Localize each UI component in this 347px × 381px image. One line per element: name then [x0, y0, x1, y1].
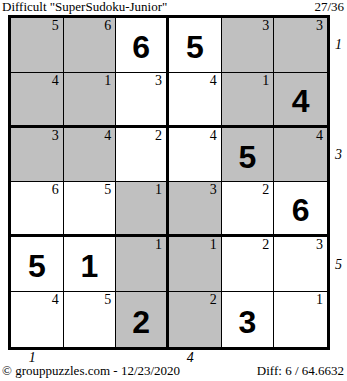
- pencil-mark: 3: [262, 18, 269, 34]
- cell-r2c2[interactable]: 1: [64, 73, 117, 128]
- pencil-mark: 3: [316, 237, 323, 253]
- pencil-mark: 4: [316, 128, 323, 144]
- puzzle-title: Difficult "SuperSudoku-Junior": [2, 0, 167, 14]
- puzzle-page: Difficult "SuperSudoku-Junior" 27/36 566…: [0, 0, 347, 381]
- pencil-mark: 1: [155, 237, 162, 253]
- sudoku-board: 566533413414342454651326511123452231: [8, 15, 330, 350]
- cell-value: 2: [116, 292, 166, 347]
- pencil-mark: 2: [210, 292, 217, 308]
- cell-r6c2[interactable]: 5: [64, 292, 117, 347]
- copyright-text: © grouppuzzles.com - 12/23/2020: [2, 363, 180, 378]
- cell-r2c5[interactable]: 1: [222, 73, 275, 128]
- cell-r6c6[interactable]: 1: [274, 292, 327, 347]
- pencil-mark: 2: [262, 182, 269, 198]
- cell-r6c5[interactable]: 3: [222, 292, 275, 347]
- cell-r6c4[interactable]: 2: [169, 292, 222, 347]
- pencil-mark: 1: [316, 292, 323, 308]
- row-label-1: 1: [335, 38, 342, 52]
- cell-r1c5[interactable]: 3: [222, 18, 275, 73]
- cell-r5c2[interactable]: 1: [64, 237, 117, 292]
- pencil-mark: 2: [155, 128, 162, 144]
- cell-r4c6[interactable]: 6: [274, 182, 327, 237]
- pencil-mark: 4: [210, 73, 217, 89]
- progress-counter: 27/36: [314, 0, 344, 14]
- cell-r2c3[interactable]: 3: [116, 73, 169, 128]
- pencil-mark: 1: [104, 73, 111, 89]
- cell-r1c6[interactable]: 3: [274, 18, 327, 73]
- pencil-mark: 1: [262, 73, 269, 89]
- footer: © grouppuzzles.com - 12/23/2020 Diff: 6 …: [2, 363, 344, 379]
- cell-r4c4[interactable]: 3: [169, 182, 222, 237]
- pencil-mark: 1: [210, 237, 217, 253]
- pencil-mark: 5: [52, 18, 59, 34]
- cell-r3c1[interactable]: 3: [11, 128, 64, 183]
- cell-value: 4: [274, 73, 327, 125]
- pencil-mark: 4: [104, 128, 111, 144]
- pencil-mark: 6: [104, 18, 111, 34]
- cell-r5c4[interactable]: 1: [169, 237, 222, 292]
- cell-r3c6[interactable]: 4: [274, 128, 327, 183]
- titlebar: Difficult "SuperSudoku-Junior" 27/36: [2, 0, 344, 14]
- cell-r5c6[interactable]: 3: [274, 237, 327, 292]
- cell-value: 5: [169, 18, 221, 72]
- cell-value: 5: [222, 128, 274, 182]
- cell-r4c5[interactable]: 2: [222, 182, 275, 237]
- cell-r5c3[interactable]: 1: [116, 237, 169, 292]
- pencil-mark: 4: [52, 292, 59, 308]
- cell-r1c2[interactable]: 6: [64, 18, 117, 73]
- cell-r6c1[interactable]: 4: [11, 292, 64, 347]
- cell-r3c4[interactable]: 4: [169, 128, 222, 183]
- difficulty-text: Diff: 6 / 64.6632: [257, 363, 344, 378]
- row-label-5: 5: [335, 258, 342, 272]
- pencil-mark: 6: [52, 182, 59, 198]
- cell-r1c1[interactable]: 5: [11, 18, 64, 73]
- pencil-mark: 3: [316, 18, 323, 34]
- cell-r2c4[interactable]: 4: [169, 73, 222, 128]
- cell-r3c3[interactable]: 2: [116, 128, 169, 183]
- cell-r5c1[interactable]: 5: [11, 237, 64, 292]
- cell-r6c3[interactable]: 2: [116, 292, 169, 347]
- pencil-mark: 3: [155, 73, 162, 89]
- cell-r2c6[interactable]: 4: [274, 73, 327, 128]
- cell-value: 6: [116, 18, 166, 72]
- cell-r4c3[interactable]: 1: [116, 182, 169, 237]
- pencil-mark: 1: [155, 182, 162, 198]
- cell-r1c4[interactable]: 5: [169, 18, 222, 73]
- cell-r2c1[interactable]: 4: [11, 73, 64, 128]
- pencil-mark: 4: [210, 128, 217, 144]
- cell-value: 5: [11, 237, 63, 291]
- cell-value: 6: [274, 182, 327, 234]
- pencil-mark: 3: [210, 182, 217, 198]
- pencil-mark: 3: [52, 128, 59, 144]
- pencil-mark: 4: [52, 73, 59, 89]
- cell-r4c1[interactable]: 6: [11, 182, 64, 237]
- cell-r1c3[interactable]: 6: [116, 18, 169, 73]
- cell-r3c5[interactable]: 5: [222, 128, 275, 183]
- cell-value: 3: [222, 292, 274, 347]
- row-label-3: 3: [335, 148, 342, 162]
- cell-r4c2[interactable]: 5: [64, 182, 117, 237]
- pencil-mark: 2: [262, 237, 269, 253]
- pencil-mark: 5: [104, 292, 111, 308]
- cell-value: 1: [64, 237, 116, 291]
- pencil-mark: 5: [104, 182, 111, 198]
- cell-r5c5[interactable]: 2: [222, 237, 275, 292]
- cell-r3c2[interactable]: 4: [64, 128, 117, 183]
